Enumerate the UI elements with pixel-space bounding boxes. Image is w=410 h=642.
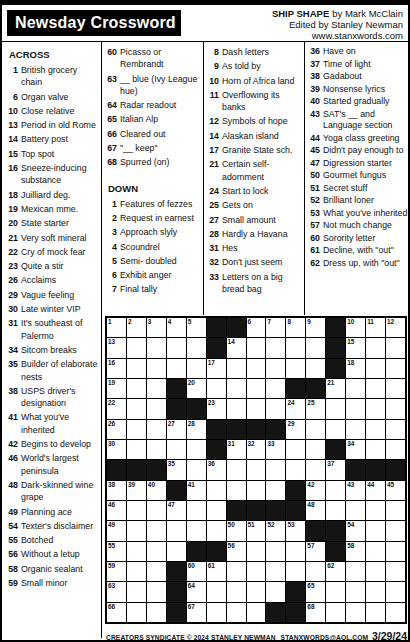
grid-cell[interactable]: 28	[187, 420, 206, 439]
grid-cell[interactable]: 24	[286, 399, 305, 418]
clue-across-35: 35Builder of elaborate nests	[6, 358, 99, 383]
grid-cell[interactable]	[187, 521, 206, 540]
clue-text: World's largest peninsula	[21, 452, 99, 477]
grid-cell[interactable]	[266, 379, 285, 398]
grid-cell[interactable]	[366, 521, 385, 540]
grid-cell[interactable]: 41	[187, 481, 206, 500]
grid-cell[interactable]: 11	[366, 318, 385, 337]
grid-cell[interactable]: 12	[386, 318, 405, 337]
grid-cell[interactable]	[386, 562, 405, 581]
grid-cell[interactable]	[386, 399, 405, 418]
grid-cell[interactable]	[167, 338, 186, 357]
clue-across-31: 31It's southeast of Palermo	[6, 317, 99, 342]
grid-cell[interactable]	[266, 481, 285, 500]
grid-cell[interactable]	[326, 481, 345, 500]
grid-cell[interactable]: 45	[386, 481, 405, 500]
grid-cell[interactable]: 38	[107, 481, 126, 500]
grid-cell[interactable]: 58	[346, 542, 365, 561]
grid-cell[interactable]	[147, 338, 166, 357]
grid-cell[interactable]: 22	[107, 399, 126, 418]
grid-cell[interactable]	[386, 521, 405, 540]
grid-cell[interactable]	[366, 542, 385, 561]
grid-cell[interactable]	[386, 420, 405, 439]
grid-cell[interactable]	[207, 582, 226, 601]
grid-cell[interactable]	[227, 399, 246, 418]
grid-cell[interactable]: 13	[107, 338, 126, 357]
clue-text: Battery post	[21, 133, 99, 145]
grid-cell[interactable]	[127, 582, 146, 601]
grid-cell[interactable]: 15	[346, 338, 365, 357]
grid-cell[interactable]	[286, 440, 305, 459]
grid-cell[interactable]	[386, 603, 405, 622]
grid-cell[interactable]	[207, 521, 226, 540]
grid-cell[interactable]	[346, 420, 365, 439]
clue-number: 10	[6, 105, 18, 117]
clue-down-14: 14Alaskan island	[207, 130, 302, 142]
grid-cell[interactable]	[147, 562, 166, 581]
grid-cell[interactable]: 37	[326, 460, 345, 479]
grid-cell[interactable]	[266, 562, 285, 581]
clue-text: Nonsense lyrics	[323, 84, 408, 96]
grid-cell[interactable]: 44	[366, 481, 385, 500]
grid-cell[interactable]: 50	[227, 521, 246, 540]
grid-cell[interactable]: 42	[306, 481, 325, 500]
clue-number: 60	[308, 233, 320, 245]
page-title: Newsday Crossword	[7, 10, 181, 36]
clue-number: 37	[308, 59, 320, 71]
grid-cell[interactable]	[147, 521, 166, 540]
grid-cell[interactable]	[167, 542, 186, 561]
clue-text: __ blue (Ivy League hue)	[120, 73, 200, 98]
grid-cell[interactable]	[306, 440, 325, 459]
grid-cell[interactable]: 30	[107, 440, 126, 459]
grid-cell[interactable]	[127, 359, 146, 378]
puzzle-editor: Edited by Stanley Newman	[272, 19, 403, 30]
cell-number: 27	[168, 420, 175, 428]
cell-number: 35	[168, 460, 175, 468]
clue-number: 48	[6, 479, 18, 504]
grid-cell[interactable]: 16	[107, 359, 126, 378]
clue-across-6: 6Organ valve	[6, 91, 99, 103]
grid-cell[interactable]	[346, 399, 365, 418]
clue-down-25: 25Gets on	[207, 199, 302, 211]
grid-cell[interactable]	[286, 562, 305, 581]
grid-cell[interactable]: 63	[107, 582, 126, 601]
grid-cell[interactable]	[167, 521, 186, 540]
grid-cell[interactable]: 68	[306, 603, 325, 622]
grid-cell[interactable]: 60	[187, 562, 206, 581]
grid-cell[interactable]	[366, 501, 385, 520]
grid-cell[interactable]	[147, 359, 166, 378]
grid-cell[interactable]	[247, 562, 266, 581]
clue-text: What you've inherited	[21, 411, 99, 436]
down-clues-list: 8Dash letters9As told by10Horn of Africa…	[207, 46, 302, 295]
cell-number: 2	[128, 318, 132, 326]
clue-number: 5	[105, 255, 117, 267]
grid-cell[interactable]	[247, 603, 266, 622]
grid-cell[interactable]	[247, 481, 266, 500]
grid-cell[interactable]: 14	[227, 338, 246, 357]
grid-cell[interactable]	[187, 338, 206, 357]
grid-cell[interactable]	[147, 603, 166, 622]
clue-text: As told by	[222, 60, 302, 72]
clue-across-48: 48Dark-skinned wine grape	[6, 479, 99, 504]
grid-cell[interactable]	[207, 603, 226, 622]
clue-across-13: 13Period in old Rome	[6, 119, 99, 131]
cell-number: 53	[287, 521, 294, 529]
clue-text: It's southeast of Palermo	[21, 317, 99, 342]
clue-text: Sorority letter	[323, 233, 408, 245]
clue-across-68: 68Spurred (on)	[105, 156, 200, 168]
clue-number: 56	[6, 548, 18, 560]
cell-number: 30	[108, 440, 115, 448]
grid-cell[interactable]	[306, 420, 325, 439]
grid-cell[interactable]	[147, 440, 166, 459]
grid-cell[interactable]	[286, 338, 305, 357]
clue-text: Builder of elaborate nests	[21, 358, 99, 383]
grid-cell[interactable]	[127, 542, 146, 561]
clue-across-26: 26Acclaims	[6, 274, 99, 286]
clue-number: 17	[207, 144, 219, 156]
crossword-page: Newsday Crossword SHIP SHAPEby Mark McCl…	[0, 0, 410, 642]
grid-cell[interactable]	[306, 338, 325, 357]
clue-number: 23	[6, 260, 18, 272]
clue-down-17: 17Granite State sch.	[207, 144, 302, 156]
clue-number: 6	[105, 269, 117, 281]
grid-cell[interactable]: 55	[107, 542, 126, 561]
grid-cell[interactable]: 40	[147, 481, 166, 500]
clue-number: 19	[6, 203, 18, 215]
grid-cell[interactable]	[127, 440, 146, 459]
grid-cell[interactable]: 9	[306, 318, 325, 337]
column-divider	[203, 42, 204, 315]
clue-across-30: 30Late winter VIP	[6, 303, 99, 315]
grid-cell[interactable]	[386, 338, 405, 357]
clue-text: Certain self-adornment	[222, 158, 302, 183]
clue-number: 1	[105, 198, 117, 210]
grid-cell[interactable]: 57	[306, 542, 325, 561]
grid-cell[interactable]	[326, 420, 345, 439]
grid-cell[interactable]	[187, 460, 206, 479]
clue-number: 33	[207, 271, 219, 296]
clue-text: Letters on a big bread bag	[222, 271, 302, 296]
grid-cell[interactable]	[147, 379, 166, 398]
cell-number: 31	[228, 440, 235, 448]
clue-text: What you've inherited	[323, 208, 408, 220]
grid-cell[interactable]	[386, 359, 405, 378]
grid-cell[interactable]	[127, 399, 146, 418]
clue-number: 13	[6, 119, 18, 131]
grid-cell[interactable]: 62	[326, 562, 345, 581]
cell-number: 17	[208, 359, 215, 367]
grid-cell[interactable]: 36	[207, 460, 226, 479]
grid-cell[interactable]	[346, 582, 365, 601]
grid-cell[interactable]	[346, 562, 365, 581]
clue-text: Quite a stir	[21, 260, 99, 272]
grid-cell[interactable]: 67	[187, 603, 206, 622]
grid-cell[interactable]: 10	[346, 318, 365, 337]
grid-cell[interactable]	[266, 399, 285, 418]
grid-cell[interactable]	[127, 379, 146, 398]
grid-cell[interactable]: 39	[127, 481, 146, 500]
cell-number: 44	[367, 481, 374, 489]
black-cell	[286, 379, 305, 398]
grid-cell[interactable]	[227, 359, 246, 378]
grid-cell[interactable]: 52	[266, 521, 285, 540]
grid-cell[interactable]: 27	[167, 420, 186, 439]
grid-cell[interactable]	[227, 582, 246, 601]
clue-number: 3	[105, 226, 117, 238]
grid-cell[interactable]	[147, 420, 166, 439]
grid-cell[interactable]	[266, 338, 285, 357]
grid-cell[interactable]: 47	[167, 501, 186, 520]
clue-text: Time of light	[323, 59, 408, 71]
grid-cell[interactable]: 43	[346, 481, 365, 500]
clue-column-4: 36Have on37Time of light38Gadabout39Nons…	[308, 46, 408, 270]
grid-cell[interactable]: 49	[107, 521, 126, 540]
crossword-grid[interactable]: 1234567891011121314151617181920212223242…	[105, 316, 407, 624]
black-cell	[286, 501, 305, 520]
grid-cell[interactable]	[127, 603, 146, 622]
grid-cell[interactable]	[247, 379, 266, 398]
puzzle-title: SHIP SHAPE	[272, 8, 329, 19]
clue-text: Texter's disclaimer	[21, 520, 99, 532]
cell-number: 38	[108, 481, 115, 489]
clue-text: USPS driver's designation	[21, 385, 99, 410]
grid-cell[interactable]	[366, 399, 385, 418]
grid-cell[interactable]: 51	[247, 521, 266, 540]
grid-cell[interactable]	[346, 603, 365, 622]
clue-down-6: 6Exhibit anger	[105, 269, 200, 281]
grid-cell[interactable]	[326, 603, 345, 622]
grid-cell[interactable]	[127, 521, 146, 540]
grid-cell[interactable]	[207, 481, 226, 500]
clue-number: 57	[308, 220, 320, 232]
grid-cell[interactable]	[247, 582, 266, 601]
clue-text: Yoga class greeting	[323, 133, 408, 145]
cell-number: 67	[188, 603, 195, 611]
clue-across-29: 29Vague feeling	[6, 289, 99, 301]
cell-number: 26	[108, 420, 115, 428]
grid-cell[interactable]	[127, 562, 146, 581]
clue-text: Sitcom breaks	[21, 344, 99, 356]
grid-cell[interactable]	[306, 562, 325, 581]
grid-cell[interactable]: 8	[286, 318, 305, 337]
grid-cell[interactable]	[366, 359, 385, 378]
clue-down-43: 43SAT's __ and Language section	[308, 109, 408, 132]
grid-cell[interactable]: 26	[107, 420, 126, 439]
clue-number: 15	[6, 148, 18, 160]
grid-cell[interactable]	[386, 501, 405, 520]
cell-number: 34	[347, 440, 354, 448]
grid-cell[interactable]	[227, 603, 246, 622]
grid-cell[interactable]	[386, 582, 405, 601]
grid-cell[interactable]	[326, 582, 345, 601]
clue-number: 67	[105, 142, 117, 154]
grid-cell[interactable]	[306, 460, 325, 479]
cell-number: 23	[208, 399, 215, 407]
grid-cell[interactable]: 66	[107, 603, 126, 622]
grid-cell[interactable]	[127, 338, 146, 357]
grid-cell[interactable]	[346, 379, 365, 398]
clue-text: Request in earnest	[120, 212, 200, 224]
grid-cell[interactable]	[346, 501, 365, 520]
grid-cell[interactable]: 3	[147, 318, 166, 337]
grid-cell[interactable]: 1	[107, 318, 126, 337]
grid-cell[interactable]	[266, 542, 285, 561]
grid-cell[interactable]	[306, 359, 325, 378]
grid-cell[interactable]	[127, 501, 146, 520]
grid-cell[interactable]: 61	[207, 562, 226, 581]
grid-cell[interactable]: 7	[266, 318, 285, 337]
cell-number: 62	[327, 562, 334, 570]
cell-number: 55	[108, 542, 115, 550]
grid-cell[interactable]	[286, 460, 305, 479]
grid-cell[interactable]: 21	[326, 379, 345, 398]
grid-cell[interactable]	[266, 359, 285, 378]
clue-number: 42	[6, 438, 18, 450]
grid-cell[interactable]: 20	[187, 379, 206, 398]
grid-cell[interactable]	[366, 603, 385, 622]
grid-cell[interactable]	[167, 359, 186, 378]
grid-cell[interactable]: 5	[187, 318, 206, 337]
grid-cell[interactable]: 18	[346, 359, 365, 378]
clue-text: Small minor	[21, 577, 99, 589]
grid-cell[interactable]: 59	[107, 562, 126, 581]
black-cell	[147, 460, 166, 479]
grid-cell[interactable]: 29	[286, 420, 305, 439]
grid-cell[interactable]: 54	[346, 521, 365, 540]
clue-text: Symbols of hope	[222, 115, 302, 127]
cell-number: 60	[188, 562, 195, 570]
cell-number: 36	[208, 460, 215, 468]
grid-cell[interactable]	[187, 501, 206, 520]
grid-cell[interactable]: 35	[167, 460, 186, 479]
cell-number: 51	[248, 521, 255, 529]
cell-number: 12	[387, 318, 394, 326]
grid-cell[interactable]	[366, 440, 385, 459]
grid-cell[interactable]	[147, 582, 166, 601]
clue-text: Spurred (on)	[120, 156, 200, 168]
grid-cell[interactable]	[127, 420, 146, 439]
cell-number: 20	[188, 379, 195, 387]
grid-cell[interactable]	[386, 440, 405, 459]
grid-cell[interactable]: 19	[107, 379, 126, 398]
grid-cell[interactable]	[366, 420, 385, 439]
grid-cell[interactable]	[366, 379, 385, 398]
grid-cell[interactable]	[266, 460, 285, 479]
grid-cell[interactable]: 56	[227, 542, 246, 561]
clue-down-12: 12Symbols of hope	[207, 115, 302, 127]
grid-cell[interactable]	[247, 399, 266, 418]
grid-cell[interactable]	[366, 338, 385, 357]
grid-cell[interactable]	[167, 440, 186, 459]
black-cell	[227, 420, 246, 439]
grid-cell[interactable]	[386, 379, 405, 398]
column-divider	[304, 42, 305, 315]
grid-cell[interactable]: 34	[346, 440, 365, 459]
cell-number: 42	[307, 481, 314, 489]
grid-cell[interactable]	[147, 542, 166, 561]
grid-cell[interactable]	[207, 501, 226, 520]
grid-cell[interactable]: 23	[207, 399, 226, 418]
grid-cell[interactable]	[326, 501, 345, 520]
grid-cell[interactable]	[227, 379, 246, 398]
clue-text: Have on	[323, 46, 408, 58]
grid-cell[interactable]: 31	[227, 440, 246, 459]
clue-number: 31	[207, 242, 219, 254]
clue-across-23: 23Quite a stir	[6, 260, 99, 272]
clue-down-24: 24Start to lock	[207, 185, 302, 197]
black-cell	[227, 318, 246, 337]
grid-cell[interactable]	[227, 562, 246, 581]
grid-cell[interactable]	[147, 399, 166, 418]
cell-number: 21	[327, 379, 334, 387]
grid-cell[interactable]: 46	[107, 501, 126, 520]
grid-cell[interactable]	[266, 582, 285, 601]
clue-down-21: 21Certain self-adornment	[207, 158, 302, 183]
grid-cell[interactable]	[286, 542, 305, 561]
clue-number: 43	[308, 109, 320, 132]
grid-cell[interactable]	[147, 501, 166, 520]
grid-cell[interactable]: 48	[306, 501, 325, 520]
clue-down-5: 5Semi- doubled	[105, 255, 200, 267]
puzzle-date: 3/29/24	[372, 630, 407, 642]
clue-number: 18	[6, 189, 18, 201]
grid-cell[interactable]	[286, 359, 305, 378]
grid-cell[interactable]: 32	[247, 440, 266, 459]
grid-cell[interactable]	[187, 359, 206, 378]
grid-cell[interactable]: 53	[286, 521, 305, 540]
grid-cell[interactable]: 17	[207, 359, 226, 378]
clue-down-10: 10Horn of Africa land	[207, 75, 302, 87]
grid-cell[interactable]: 65	[306, 582, 325, 601]
clue-number: 46	[6, 452, 18, 477]
black-cell	[207, 318, 226, 337]
grid-cell[interactable]	[366, 562, 385, 581]
grid-cell[interactable]	[207, 379, 226, 398]
cell-number: 56	[228, 542, 235, 550]
clue-number: 68	[105, 156, 117, 168]
grid-cell[interactable]	[247, 359, 266, 378]
cell-number: 48	[307, 501, 314, 509]
clue-down-11: 11Overflowing its banks	[207, 89, 302, 114]
cell-number: 40	[148, 481, 155, 489]
grid-cell[interactable]: 2	[127, 318, 146, 337]
grid-cell[interactable]: 6	[247, 318, 266, 337]
cell-number: 6	[248, 318, 252, 326]
clue-text: SAT's __ and Language section	[323, 109, 408, 132]
grid-cell[interactable]: 64	[187, 582, 206, 601]
grid-cell[interactable]: 33	[266, 440, 285, 459]
clue-text: Picasso or Rembrandt	[120, 46, 200, 71]
grid-cell[interactable]	[247, 460, 266, 479]
grid-cell[interactable]: 25	[306, 399, 325, 418]
clue-number: 30	[6, 303, 18, 315]
grid-cell[interactable]: 4	[167, 318, 186, 337]
grid-cell[interactable]	[247, 338, 266, 357]
clue-across-58: 58Organic sealant	[6, 563, 99, 575]
grid-cell[interactable]	[386, 542, 405, 561]
grid-cell[interactable]	[227, 481, 246, 500]
black-cell	[227, 501, 246, 520]
grid-cell[interactable]	[247, 542, 266, 561]
grid-cell[interactable]	[187, 440, 206, 459]
grid-cell[interactable]	[326, 399, 345, 418]
grid-cell[interactable]	[227, 460, 246, 479]
grid-cell[interactable]	[366, 582, 385, 601]
clue-down-36: 36Have on	[308, 46, 408, 58]
